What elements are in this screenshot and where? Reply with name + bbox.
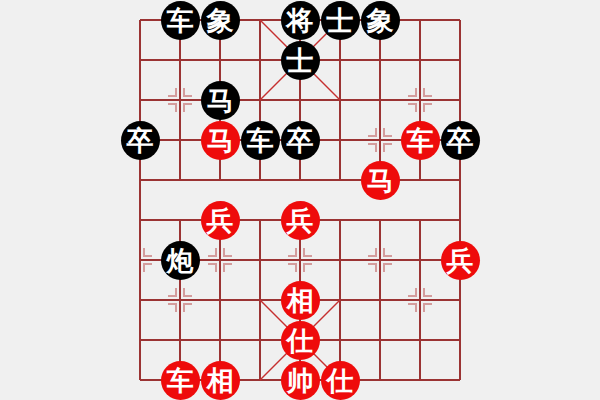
piece-red-soldier-e[interactable]: 兵 [280, 200, 320, 240]
piece-red-horse-left[interactable]: 马 [200, 120, 240, 160]
red-soldier-i-disc[interactable]: 兵 [441, 241, 480, 280]
piece-black-soldier-a[interactable]: 卒 [120, 120, 160, 160]
piece-black-advisor-center[interactable]: 士 [280, 40, 320, 80]
piece-red-king[interactable]: 帅 [280, 360, 320, 400]
piece-red-chariot-b1[interactable]: 车 [160, 360, 200, 400]
piece-black-elephant-left[interactable]: 象 [200, 0, 240, 40]
piece-red-advisor-f1[interactable]: 仕 [320, 360, 360, 400]
piece-black-chariot-left[interactable]: 车 [160, 0, 200, 40]
black-elephant-right-disc[interactable]: 象 [361, 1, 400, 40]
piece-black-elephant-right[interactable]: 象 [360, 0, 400, 40]
piece-black-advisor-right[interactable]: 士 [320, 0, 360, 40]
black-soldier-e-disc[interactable]: 卒 [281, 121, 320, 160]
red-horse-right-disc[interactable]: 马 [361, 161, 400, 200]
black-soldier-a-disc[interactable]: 卒 [121, 121, 160, 160]
piece-red-advisor-center[interactable]: 仕 [280, 320, 320, 360]
red-horse-left-disc[interactable]: 马 [201, 121, 240, 160]
xiangqi-board[interactable]: 车象将士象士马卒马车卒车卒马兵兵炮兵相仕车相帅仕 [120, 0, 480, 400]
black-chariot-d7-disc[interactable]: 车 [241, 121, 280, 160]
black-horse-disc[interactable]: 马 [201, 81, 240, 120]
red-chariot-b1-disc[interactable]: 车 [161, 361, 200, 400]
piece-red-horse-right[interactable]: 马 [360, 160, 400, 200]
black-advisor-center-disc[interactable]: 士 [281, 41, 320, 80]
black-elephant-left-disc[interactable]: 象 [201, 1, 240, 40]
piece-black-general[interactable]: 将 [280, 0, 320, 40]
piece-red-elephant-c1[interactable]: 相 [200, 360, 240, 400]
piece-red-soldier-i[interactable]: 兵 [440, 240, 480, 280]
piece-red-chariot-h7[interactable]: 车 [400, 120, 440, 160]
black-chariot-left-disc[interactable]: 车 [161, 1, 200, 40]
red-advisor-f1-disc[interactable]: 仕 [321, 361, 360, 400]
red-advisor-center-disc[interactable]: 仕 [281, 321, 320, 360]
black-general-disc[interactable]: 将 [281, 1, 320, 40]
black-cannon-disc[interactable]: 炮 [161, 241, 200, 280]
red-king-disc[interactable]: 帅 [281, 361, 320, 400]
red-elephant-center-disc[interactable]: 相 [281, 281, 320, 320]
piece-black-soldier-i[interactable]: 卒 [440, 120, 480, 160]
red-elephant-c1-disc[interactable]: 相 [201, 361, 240, 400]
piece-black-horse[interactable]: 马 [200, 80, 240, 120]
red-soldier-e-disc[interactable]: 兵 [281, 201, 320, 240]
red-soldier-c-disc[interactable]: 兵 [201, 201, 240, 240]
piece-black-cannon[interactable]: 炮 [160, 240, 200, 280]
black-soldier-i-disc[interactable]: 卒 [441, 121, 480, 160]
red-chariot-h7-disc[interactable]: 车 [401, 121, 440, 160]
black-advisor-right-disc[interactable]: 士 [321, 1, 360, 40]
piece-red-soldier-c[interactable]: 兵 [200, 200, 240, 240]
piece-black-soldier-e[interactable]: 卒 [280, 120, 320, 160]
piece-red-elephant-center[interactable]: 相 [280, 280, 320, 320]
piece-black-chariot-d7[interactable]: 车 [240, 120, 280, 160]
xiangqi-app: 车象将士象士马卒马车卒车卒马兵兵炮兵相仕车相帅仕 [0, 0, 600, 400]
